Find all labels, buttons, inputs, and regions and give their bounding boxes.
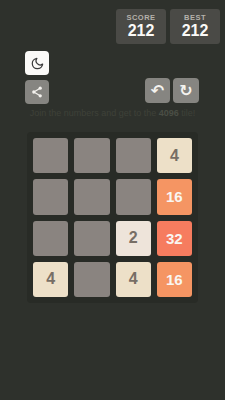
tile-4-r3c2: 4 [116, 262, 151, 297]
tile-16-r3c3: 16 [157, 262, 192, 297]
game-board[interactable]: 4162324416 [27, 132, 198, 303]
score-label: SCORE [126, 14, 155, 22]
empty-cell-r1c1 [74, 179, 109, 214]
dark-mode-button[interactable] [25, 51, 49, 75]
score-value: 212 [128, 23, 155, 39]
instruction-suffix: tile! [179, 108, 196, 118]
best-label: BEST [184, 14, 206, 22]
tile-32-r2c3: 32 [157, 221, 192, 256]
undo-button[interactable]: ↶ [145, 78, 170, 103]
restart-icon: ↻ [179, 83, 192, 99]
score-box: SCORE 212 [116, 9, 166, 44]
empty-cell-r0c1 [74, 138, 109, 173]
empty-cell-r1c2 [116, 179, 151, 214]
empty-cell-r0c2 [116, 138, 151, 173]
moon-icon [30, 56, 45, 71]
tile-4-r0c3: 4 [157, 138, 192, 173]
best-box: BEST 212 [170, 9, 220, 44]
empty-cell-r3c1 [74, 262, 109, 297]
restart-button[interactable]: ↻ [173, 78, 199, 103]
empty-cell-r1c0 [33, 179, 68, 214]
undo-icon: ↶ [151, 83, 164, 99]
instruction-text: Join the numbers and get to the 4096 til… [0, 108, 225, 120]
empty-cell-r0c0 [33, 138, 68, 173]
instruction-goal: 4096 [159, 108, 179, 118]
tile-4-r3c0: 4 [33, 262, 68, 297]
empty-cell-r2c0 [33, 221, 68, 256]
tile-2-r2c2: 2 [116, 221, 151, 256]
tile-16-r1c3: 16 [157, 179, 192, 214]
best-value: 212 [182, 23, 209, 39]
share-button[interactable] [25, 80, 49, 104]
empty-cell-r2c1 [74, 221, 109, 256]
instruction-prefix: Join the numbers and get to the [30, 108, 159, 118]
share-icon [30, 85, 44, 99]
